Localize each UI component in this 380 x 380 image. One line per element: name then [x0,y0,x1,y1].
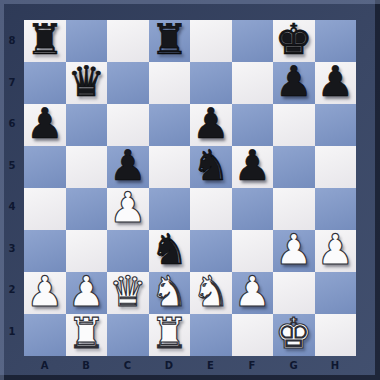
square-h2[interactable] [315,272,357,314]
square-g3[interactable]: ♟ [273,230,315,272]
square-h8[interactable] [315,20,357,62]
square-e4[interactable] [190,188,232,230]
white-pawn-piece[interactable]: ♟ [67,271,105,313]
square-f1[interactable] [232,314,274,356]
square-a2[interactable]: ♟ [24,272,66,314]
square-c7[interactable] [107,62,149,104]
square-f4[interactable] [232,188,274,230]
chess-board-frame: 87654321 ABCDEFGH ♜♜♚♛♟♟♟♟♟♞♟♟♞♟♟♟♟♛♞♞♟♜… [0,0,380,380]
file-label-f: F [232,352,274,378]
white-pawn-piece[interactable]: ♟ [316,229,354,271]
square-c5[interactable]: ♟ [107,146,149,188]
square-d6[interactable] [149,104,191,146]
rank-label-7: 7 [0,62,24,104]
rank-label-1: 1 [0,311,24,353]
black-knight-piece[interactable]: ♞ [150,229,188,271]
square-h5[interactable] [315,146,357,188]
square-e2[interactable]: ♞ [190,272,232,314]
square-a8[interactable]: ♜ [24,20,66,62]
square-d2[interactable]: ♞ [149,272,191,314]
square-e3[interactable] [190,230,232,272]
square-d4[interactable] [149,188,191,230]
square-f8[interactable] [232,20,274,62]
square-g6[interactable] [273,104,315,146]
square-c6[interactable] [107,104,149,146]
square-g1[interactable]: ♚ [273,314,315,356]
white-pawn-piece[interactable]: ♟ [233,271,271,313]
square-g8[interactable]: ♚ [273,20,315,62]
white-pawn-piece[interactable]: ♟ [275,229,313,271]
square-f2[interactable]: ♟ [232,272,274,314]
square-e5[interactable]: ♞ [190,146,232,188]
black-rook-piece[interactable]: ♜ [26,19,64,61]
file-label-b: B [66,352,108,378]
white-king-piece[interactable]: ♚ [275,313,313,355]
square-g7[interactable]: ♟ [273,62,315,104]
black-pawn-piece[interactable]: ♟ [26,103,64,145]
square-b7[interactable]: ♛ [66,62,108,104]
square-h4[interactable] [315,188,357,230]
square-d7[interactable] [149,62,191,104]
square-g2[interactable] [273,272,315,314]
white-pawn-piece[interactable]: ♟ [26,271,64,313]
file-label-e: E [190,352,232,378]
square-c1[interactable] [107,314,149,356]
rank-label-5: 5 [0,145,24,187]
black-pawn-piece[interactable]: ♟ [109,145,147,187]
black-pawn-piece[interactable]: ♟ [192,103,230,145]
square-b5[interactable] [66,146,108,188]
square-e7[interactable] [190,62,232,104]
file-label-d: D [149,352,191,378]
square-f7[interactable] [232,62,274,104]
square-a1[interactable] [24,314,66,356]
white-knight-piece[interactable]: ♞ [150,271,188,313]
rank-labels: 87654321 [0,20,24,352]
square-f5[interactable]: ♟ [232,146,274,188]
square-b8[interactable] [66,20,108,62]
black-queen-piece[interactable]: ♛ [67,61,105,103]
square-c4[interactable]: ♟ [107,188,149,230]
black-knight-piece[interactable]: ♞ [192,145,230,187]
square-c3[interactable] [107,230,149,272]
square-b1[interactable]: ♜ [66,314,108,356]
file-label-h: H [315,352,357,378]
square-a7[interactable] [24,62,66,104]
file-label-g: G [273,352,315,378]
square-d1[interactable]: ♜ [149,314,191,356]
rank-label-8: 8 [0,20,24,62]
chess-board: ♜♜♚♛♟♟♟♟♟♞♟♟♞♟♟♟♟♛♞♞♟♜♜♚ [24,20,356,352]
rank-label-4: 4 [0,186,24,228]
square-a3[interactable] [24,230,66,272]
square-b3[interactable] [66,230,108,272]
square-b2[interactable]: ♟ [66,272,108,314]
square-h6[interactable] [315,104,357,146]
white-queen-piece[interactable]: ♛ [109,271,147,313]
file-labels: ABCDEFGH [24,352,356,378]
square-b6[interactable] [66,104,108,146]
square-h3[interactable]: ♟ [315,230,357,272]
square-d8[interactable]: ♜ [149,20,191,62]
square-f6[interactable] [232,104,274,146]
square-d5[interactable] [149,146,191,188]
black-pawn-piece[interactable]: ♟ [275,61,313,103]
square-e8[interactable] [190,20,232,62]
square-a6[interactable]: ♟ [24,104,66,146]
white-knight-piece[interactable]: ♞ [192,271,230,313]
square-f3[interactable] [232,230,274,272]
rank-label-6: 6 [0,103,24,145]
square-d3[interactable]: ♞ [149,230,191,272]
black-king-piece[interactable]: ♚ [275,19,313,61]
square-a5[interactable] [24,146,66,188]
square-e6[interactable]: ♟ [190,104,232,146]
file-label-c: C [107,352,149,378]
square-b4[interactable] [66,188,108,230]
black-rook-piece[interactable]: ♜ [150,19,188,61]
file-label-a: A [24,352,66,378]
square-g5[interactable] [273,146,315,188]
square-c8[interactable] [107,20,149,62]
white-pawn-piece[interactable]: ♟ [109,187,147,229]
black-pawn-piece[interactable]: ♟ [233,145,271,187]
white-rook-piece[interactable]: ♜ [150,313,188,355]
rank-label-3: 3 [0,228,24,270]
black-pawn-piece[interactable]: ♟ [316,61,354,103]
square-a4[interactable] [24,188,66,230]
square-h7[interactable]: ♟ [315,62,357,104]
square-h1[interactable] [315,314,357,356]
rank-label-2: 2 [0,269,24,311]
square-e1[interactable] [190,314,232,356]
white-rook-piece[interactable]: ♜ [67,313,105,355]
square-c2[interactable]: ♛ [107,272,149,314]
square-g4[interactable] [273,188,315,230]
